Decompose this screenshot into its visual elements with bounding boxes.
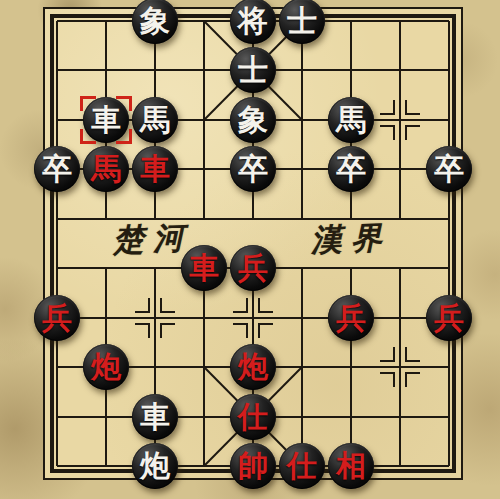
piece-glyph: 兵 [336, 295, 366, 341]
piece-black-elephant[interactable]: 象 [230, 97, 276, 143]
piece-black-soldier[interactable]: 卒 [426, 146, 472, 192]
piece-black-soldier[interactable]: 卒 [34, 146, 80, 192]
piece-glyph: 馬 [91, 146, 121, 192]
piece-glyph: 相 [336, 443, 366, 489]
piece-glyph: 炮 [238, 344, 268, 390]
piece-glyph: 炮 [140, 443, 170, 489]
piece-red-soldier[interactable]: 兵 [328, 295, 374, 341]
piece-glyph: 象 [140, 0, 170, 44]
piece-glyph: 象 [238, 97, 268, 143]
star-point [233, 298, 273, 338]
piece-glyph: 士 [238, 47, 268, 93]
piece-glyph: 馬 [336, 97, 366, 143]
piece-glyph: 卒 [434, 146, 464, 192]
piece-black-advisor[interactable]: 士 [230, 47, 276, 93]
piece-black-horse[interactable]: 馬 [328, 97, 374, 143]
piece-red-chariot[interactable]: 車 [132, 146, 178, 192]
piece-black-elephant[interactable]: 象 [132, 0, 178, 44]
piece-black-cannon[interactable]: 炮 [132, 443, 178, 489]
piece-red-elephant[interactable]: 相 [328, 443, 374, 489]
piece-black-chariot[interactable]: 車 [132, 394, 178, 440]
piece-red-horse[interactable]: 馬 [83, 146, 129, 192]
piece-glyph: 将 [238, 0, 268, 44]
piece-glyph: 帥 [238, 443, 268, 489]
piece-glyph: 馬 [140, 97, 170, 143]
piece-red-soldier[interactable]: 兵 [34, 295, 80, 341]
piece-glyph: 士 [287, 0, 317, 44]
piece-glyph: 卒 [336, 146, 366, 192]
selection-brackets [80, 96, 132, 144]
piece-glyph: 卒 [238, 146, 268, 192]
piece-black-horse[interactable]: 馬 [132, 97, 178, 143]
piece-red-soldier[interactable]: 兵 [426, 295, 472, 341]
piece-red-advisor[interactable]: 仕 [230, 394, 276, 440]
piece-glyph: 車 [189, 245, 219, 291]
piece-black-advisor[interactable]: 士 [279, 0, 325, 44]
piece-red-general[interactable]: 帥 [230, 443, 276, 489]
piece-black-soldier[interactable]: 卒 [328, 146, 374, 192]
piece-glyph: 車 [140, 146, 170, 192]
river-label-han-jie: 漢界 [310, 217, 391, 262]
piece-glyph: 仕 [287, 443, 317, 489]
piece-glyph: 炮 [91, 344, 121, 390]
star-point [380, 347, 420, 387]
xiangqi-screenshot: 楚河 漢界 象将士士車馬象馬卒馬車卒卒卒車兵兵兵兵炮炮仕車炮帥仕相 [0, 0, 500, 499]
piece-glyph: 卒 [42, 146, 72, 192]
piece-red-soldier[interactable]: 兵 [230, 245, 276, 291]
piece-glyph: 兵 [42, 295, 72, 341]
piece-red-chariot[interactable]: 車 [181, 245, 227, 291]
star-point [135, 298, 175, 338]
river-label-chu-he: 楚河 [112, 217, 193, 262]
piece-glyph: 仕 [238, 394, 268, 440]
piece-red-cannon[interactable]: 炮 [83, 344, 129, 390]
star-point [380, 100, 420, 140]
piece-red-cannon[interactable]: 炮 [230, 344, 276, 390]
piece-black-general[interactable]: 将 [230, 0, 276, 44]
piece-black-soldier[interactable]: 卒 [230, 146, 276, 192]
piece-red-advisor[interactable]: 仕 [279, 443, 325, 489]
piece-glyph: 兵 [434, 295, 464, 341]
piece-glyph: 車 [140, 394, 170, 440]
piece-glyph: 兵 [238, 245, 268, 291]
